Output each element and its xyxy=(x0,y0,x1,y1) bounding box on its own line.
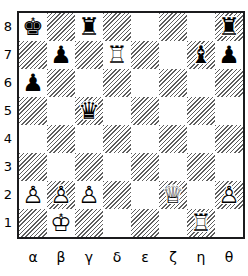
square-b8[interactable] xyxy=(47,13,75,41)
rank-labels: 87654321 xyxy=(0,13,16,237)
piece-halo: ♛ xyxy=(75,97,103,125)
square-d4[interactable] xyxy=(103,125,131,153)
square-d2[interactable] xyxy=(103,181,131,209)
square-b4[interactable] xyxy=(47,125,75,153)
square-h7[interactable]: ♟♟ xyxy=(215,41,243,69)
square-f7[interactable] xyxy=(159,41,187,69)
square-h2[interactable]: ♟♙ xyxy=(215,181,243,209)
square-g5[interactable] xyxy=(187,97,215,125)
square-b2[interactable]: ♟♙ xyxy=(47,181,75,209)
piece-black-pawn: ♟ xyxy=(215,41,243,69)
square-e3[interactable] xyxy=(131,153,159,181)
piece-halo: ♟ xyxy=(215,181,243,209)
piece-halo: ♛ xyxy=(159,181,187,209)
square-g3[interactable] xyxy=(187,153,215,181)
square-b6[interactable] xyxy=(47,69,75,97)
file-label-e: ε xyxy=(131,243,159,265)
square-g4[interactable] xyxy=(187,125,215,153)
square-e5[interactable] xyxy=(131,97,159,125)
square-c7[interactable] xyxy=(75,41,103,69)
rank-label-4: 4 xyxy=(0,125,16,153)
square-a6[interactable]: ♟♟ xyxy=(19,69,47,97)
square-a1[interactable] xyxy=(19,209,47,237)
piece-halo: ♜ xyxy=(187,209,215,237)
piece-black-rook: ♜ xyxy=(75,13,103,41)
square-f1[interactable] xyxy=(159,209,187,237)
piece-white-pawn: ♙ xyxy=(215,181,243,209)
rank-label-1: 1 xyxy=(0,209,16,237)
square-e4[interactable] xyxy=(131,125,159,153)
square-d6[interactable] xyxy=(103,69,131,97)
square-a8[interactable]: ♚♚ xyxy=(19,13,47,41)
square-e1[interactable] xyxy=(131,209,159,237)
file-label-d: δ xyxy=(103,243,131,265)
board: ♚♚♜♜♜♜♟♟♜♖♝♝♟♟♟♟♛♛♟♙♟♙♟♙♛♕♟♙♚♔♜♖ xyxy=(17,11,245,239)
square-f6[interactable] xyxy=(159,69,187,97)
square-b7[interactable]: ♟♟ xyxy=(47,41,75,69)
square-h1[interactable] xyxy=(215,209,243,237)
square-g7[interactable]: ♝♝ xyxy=(187,41,215,69)
piece-halo: ♜ xyxy=(103,41,131,69)
piece-black-pawn: ♟ xyxy=(19,69,47,97)
square-b1[interactable]: ♚♔ xyxy=(47,209,75,237)
square-c5[interactable]: ♛♛ xyxy=(75,97,103,125)
rank-label-5: 5 xyxy=(0,97,16,125)
square-g2[interactable] xyxy=(187,181,215,209)
chess-diagram: 87654321 ♚♚♜♜♜♜♟♟♜♖♝♝♟♟♟♟♛♛♟♙♟♙♟♙♛♕♟♙♚♔♜… xyxy=(0,0,248,276)
piece-halo: ♟ xyxy=(75,181,103,209)
square-e7[interactable] xyxy=(131,41,159,69)
rank-label-7: 7 xyxy=(0,41,16,69)
piece-black-rook: ♜ xyxy=(215,13,243,41)
square-c6[interactable] xyxy=(75,69,103,97)
file-label-h: θ xyxy=(215,243,243,265)
square-a3[interactable] xyxy=(19,153,47,181)
piece-halo: ♝ xyxy=(187,41,215,69)
square-a7[interactable] xyxy=(19,41,47,69)
square-c8[interactable]: ♜♜ xyxy=(75,13,103,41)
square-c3[interactable] xyxy=(75,153,103,181)
piece-halo: ♟ xyxy=(19,181,47,209)
square-f3[interactable] xyxy=(159,153,187,181)
rank-label-8: 8 xyxy=(0,13,16,41)
piece-black-bishop: ♝ xyxy=(187,41,215,69)
piece-halo: ♟ xyxy=(47,181,75,209)
square-h6[interactable] xyxy=(215,69,243,97)
square-g1[interactable]: ♜♖ xyxy=(187,209,215,237)
piece-halo: ♚ xyxy=(19,13,47,41)
file-label-b: β xyxy=(47,243,75,265)
piece-white-queen: ♕ xyxy=(159,181,187,209)
piece-white-pawn: ♙ xyxy=(75,181,103,209)
piece-black-queen: ♛ xyxy=(75,97,103,125)
piece-halo: ♟ xyxy=(19,69,47,97)
rank-label-3: 3 xyxy=(0,153,16,181)
square-c1[interactable] xyxy=(75,209,103,237)
square-g8[interactable] xyxy=(187,13,215,41)
square-h4[interactable] xyxy=(215,125,243,153)
piece-halo: ♚ xyxy=(47,209,75,237)
square-g6[interactable] xyxy=(187,69,215,97)
square-f5[interactable] xyxy=(159,97,187,125)
square-b5[interactable] xyxy=(47,97,75,125)
square-c2[interactable]: ♟♙ xyxy=(75,181,103,209)
rank-label-6: 6 xyxy=(0,69,16,97)
square-f4[interactable] xyxy=(159,125,187,153)
file-label-a: α xyxy=(19,243,47,265)
piece-white-rook: ♖ xyxy=(187,209,215,237)
piece-black-pawn: ♟ xyxy=(47,41,75,69)
square-f8[interactable] xyxy=(159,13,187,41)
file-label-f: ζ xyxy=(159,243,187,265)
square-a5[interactable] xyxy=(19,97,47,125)
square-e2[interactable] xyxy=(131,181,159,209)
piece-white-pawn: ♙ xyxy=(47,181,75,209)
file-labels: αβγδεζηθ xyxy=(19,243,243,265)
piece-white-king: ♔ xyxy=(47,209,75,237)
piece-black-king: ♚ xyxy=(19,13,47,41)
square-e6[interactable] xyxy=(131,69,159,97)
file-label-c: γ xyxy=(75,243,103,265)
square-d1[interactable] xyxy=(103,209,131,237)
square-d5[interactable] xyxy=(103,97,131,125)
square-d3[interactable] xyxy=(103,153,131,181)
square-h5[interactable] xyxy=(215,97,243,125)
square-d8[interactable] xyxy=(103,13,131,41)
square-h8[interactable]: ♜♜ xyxy=(215,13,243,41)
square-f2[interactable]: ♛♕ xyxy=(159,181,187,209)
square-b3[interactable] xyxy=(47,153,75,181)
rank-label-2: 2 xyxy=(0,181,16,209)
square-c4[interactable] xyxy=(75,125,103,153)
square-a4[interactable] xyxy=(19,125,47,153)
piece-halo: ♜ xyxy=(215,13,243,41)
piece-white-rook: ♖ xyxy=(103,41,131,69)
piece-halo: ♟ xyxy=(215,41,243,69)
square-d7[interactable]: ♜♖ xyxy=(103,41,131,69)
file-label-g: η xyxy=(187,243,215,265)
square-h3[interactable] xyxy=(215,153,243,181)
square-a2[interactable]: ♟♙ xyxy=(19,181,47,209)
piece-white-pawn: ♙ xyxy=(19,181,47,209)
piece-halo: ♟ xyxy=(47,41,75,69)
square-e8[interactable] xyxy=(131,13,159,41)
piece-halo: ♜ xyxy=(75,13,103,41)
